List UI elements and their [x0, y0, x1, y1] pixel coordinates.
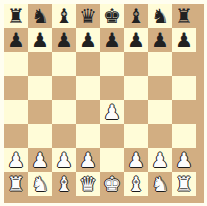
square-e4[interactable]: ♟ [100, 100, 124, 124]
piece-white-rook: ♜ [175, 172, 193, 196]
square-g1[interactable]: ♞ [148, 172, 172, 196]
square-b7[interactable]: ♟ [28, 28, 52, 52]
piece-white-bishop: ♝ [55, 172, 73, 196]
square-b6[interactable] [28, 52, 52, 76]
square-a2[interactable]: ♟ [4, 148, 28, 172]
square-f6[interactable] [124, 52, 148, 76]
square-g2[interactable]: ♟ [148, 148, 172, 172]
square-a8[interactable]: ♜ [4, 4, 28, 28]
square-g3[interactable] [148, 124, 172, 148]
square-g5[interactable] [148, 76, 172, 100]
square-f5[interactable] [124, 76, 148, 100]
piece-white-queen: ♛ [79, 172, 97, 196]
piece-black-pawn: ♟ [55, 28, 73, 52]
square-h4[interactable] [172, 100, 196, 124]
square-b2[interactable]: ♟ [28, 148, 52, 172]
square-c3[interactable] [52, 124, 76, 148]
square-h6[interactable] [172, 52, 196, 76]
square-g7[interactable]: ♟ [148, 28, 172, 52]
square-e8[interactable]: ♚ [100, 4, 124, 28]
square-h2[interactable]: ♟ [172, 148, 196, 172]
square-e6[interactable] [100, 52, 124, 76]
piece-white-bishop: ♝ [127, 172, 145, 196]
square-d4[interactable] [76, 100, 100, 124]
piece-white-pawn: ♟ [31, 148, 49, 172]
piece-white-pawn: ♟ [103, 100, 121, 124]
square-f4[interactable] [124, 100, 148, 124]
piece-white-pawn: ♟ [151, 148, 169, 172]
square-c7[interactable]: ♟ [52, 28, 76, 52]
square-b5[interactable] [28, 76, 52, 100]
piece-black-bishop: ♝ [127, 4, 145, 28]
square-c6[interactable] [52, 52, 76, 76]
piece-white-knight: ♞ [31, 172, 49, 196]
square-e7[interactable]: ♟ [100, 28, 124, 52]
square-h7[interactable]: ♟ [172, 28, 196, 52]
piece-white-king: ♚ [103, 172, 121, 196]
piece-black-pawn: ♟ [127, 28, 145, 52]
square-f2[interactable]: ♟ [124, 148, 148, 172]
square-c4[interactable] [52, 100, 76, 124]
piece-black-pawn: ♟ [31, 28, 49, 52]
square-h5[interactable] [172, 76, 196, 100]
square-d8[interactable]: ♛ [76, 4, 100, 28]
square-d7[interactable]: ♟ [76, 28, 100, 52]
piece-white-pawn: ♟ [55, 148, 73, 172]
square-g6[interactable] [148, 52, 172, 76]
square-c8[interactable]: ♝ [52, 4, 76, 28]
square-h8[interactable]: ♜ [172, 4, 196, 28]
board-canvas: ♜♞♝♛♚♝♞♜♟♟♟♟♟♟♟♟♟♟♟♟♟♟♟♟♜♞♝♛♚♝♞♜ [4, 4, 204, 203]
square-e2[interactable] [100, 148, 124, 172]
square-c5[interactable] [52, 76, 76, 100]
square-d1[interactable]: ♛ [76, 172, 100, 196]
square-d5[interactable] [76, 76, 100, 100]
square-d3[interactable] [76, 124, 100, 148]
square-f8[interactable]: ♝ [124, 4, 148, 28]
piece-black-pawn: ♟ [79, 28, 97, 52]
piece-black-rook: ♜ [175, 4, 193, 28]
square-e3[interactable] [100, 124, 124, 148]
square-b1[interactable]: ♞ [28, 172, 52, 196]
square-c2[interactable]: ♟ [52, 148, 76, 172]
square-a6[interactable] [4, 52, 28, 76]
square-e5[interactable] [100, 76, 124, 100]
square-a1[interactable]: ♜ [4, 172, 28, 196]
square-a5[interactable] [4, 76, 28, 100]
piece-white-pawn: ♟ [175, 148, 193, 172]
square-d2[interactable]: ♟ [76, 148, 100, 172]
piece-black-rook: ♜ [7, 4, 25, 28]
square-b8[interactable]: ♞ [28, 4, 52, 28]
piece-white-pawn: ♟ [79, 148, 97, 172]
piece-black-bishop: ♝ [55, 4, 73, 28]
square-b3[interactable] [28, 124, 52, 148]
piece-black-pawn: ♟ [103, 28, 121, 52]
square-b4[interactable] [28, 100, 52, 124]
square-f3[interactable] [124, 124, 148, 148]
square-a4[interactable] [4, 100, 28, 124]
square-g8[interactable]: ♞ [148, 4, 172, 28]
square-f7[interactable]: ♟ [124, 28, 148, 52]
piece-white-knight: ♞ [151, 172, 169, 196]
piece-black-pawn: ♟ [175, 28, 193, 52]
piece-black-queen: ♛ [79, 4, 97, 28]
square-e1[interactable]: ♚ [100, 172, 124, 196]
piece-black-king: ♚ [103, 4, 121, 28]
square-a7[interactable]: ♟ [4, 28, 28, 52]
piece-black-pawn: ♟ [7, 28, 25, 52]
square-a3[interactable] [4, 124, 28, 148]
square-f1[interactable]: ♝ [124, 172, 148, 196]
piece-white-pawn: ♟ [127, 148, 145, 172]
piece-white-rook: ♜ [7, 172, 25, 196]
piece-black-pawn: ♟ [151, 28, 169, 52]
square-h3[interactable] [172, 124, 196, 148]
square-g4[interactable] [148, 100, 172, 124]
piece-black-knight: ♞ [31, 4, 49, 28]
square-h1[interactable]: ♜ [172, 172, 196, 196]
chess-app-window: ♜♞♝♛♚♝♞♜♟♟♟♟♟♟♟♟♟♟♟♟♟♟♟♟♜♞♝♛♚♝♞♜ [0, 0, 207, 206]
piece-white-pawn: ♟ [7, 148, 25, 172]
square-c1[interactable]: ♝ [52, 172, 76, 196]
chess-board: ♜♞♝♛♚♝♞♜♟♟♟♟♟♟♟♟♟♟♟♟♟♟♟♟♜♞♝♛♚♝♞♜ [4, 4, 196, 196]
square-d6[interactable] [76, 52, 100, 76]
piece-black-knight: ♞ [151, 4, 169, 28]
